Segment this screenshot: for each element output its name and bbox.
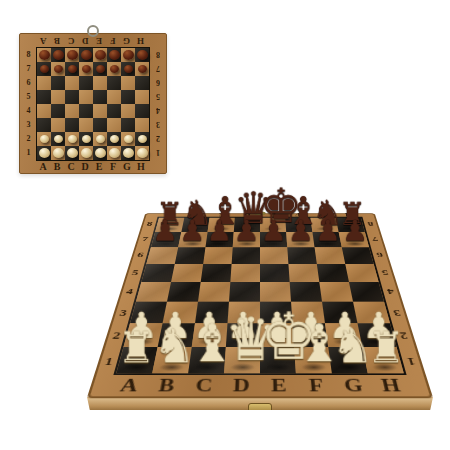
rank-label-text: 8 bbox=[156, 50, 160, 59]
file-label: H bbox=[134, 35, 148, 46]
square-a7 bbox=[37, 62, 51, 76]
square-e3 bbox=[93, 118, 107, 132]
square-d4 bbox=[229, 282, 260, 302]
rank-label: 7 bbox=[22, 61, 35, 75]
piece-white-pawn bbox=[68, 135, 77, 143]
square-d7: ♟ bbox=[233, 232, 260, 247]
rank-label-text: 5 bbox=[27, 92, 31, 101]
square-d6 bbox=[79, 76, 93, 90]
file-labels-bottom: ABCDEFGH bbox=[107, 375, 412, 396]
square-b6 bbox=[51, 76, 65, 90]
piece-black-pawn: ♟ bbox=[179, 216, 206, 245]
square-a2 bbox=[37, 132, 51, 146]
rank-label-text: 5 bbox=[380, 268, 389, 278]
rank-label-text: 6 bbox=[156, 78, 160, 87]
piece-white-rook bbox=[39, 148, 50, 158]
square-c6 bbox=[65, 76, 79, 90]
square-d5 bbox=[230, 264, 260, 282]
file-label-text: A bbox=[118, 375, 140, 396]
file-label-text: B bbox=[193, 212, 200, 217]
piece-black-bishop bbox=[67, 50, 78, 60]
file-label-text: A bbox=[39, 161, 46, 172]
rank-label-text: 7 bbox=[156, 64, 160, 73]
piece-black-pawn bbox=[124, 65, 133, 73]
square-a1 bbox=[37, 146, 51, 160]
rank-label-text: 2 bbox=[27, 134, 31, 143]
square-h7 bbox=[135, 62, 149, 76]
file-label-text: F bbox=[295, 212, 301, 217]
square-e2 bbox=[93, 132, 107, 146]
file-label-text: A bbox=[40, 36, 47, 46]
square-b1: ♞ bbox=[152, 347, 192, 373]
square-f2 bbox=[107, 132, 121, 146]
file-label-text: G bbox=[343, 375, 365, 396]
rank-label-text: 6 bbox=[375, 251, 384, 260]
box-side-edge bbox=[87, 397, 433, 410]
rank-label: 4 bbox=[151, 103, 164, 117]
rank-label-text: 7 bbox=[371, 235, 379, 243]
piece-black-pawn: ♟ bbox=[260, 216, 287, 245]
piece-white-bishop: ♝ bbox=[189, 317, 225, 369]
square-c7 bbox=[65, 62, 79, 76]
rank-label-text: 5 bbox=[156, 92, 160, 101]
square-h6 bbox=[135, 76, 149, 90]
piece-black-pawn: ♟ bbox=[152, 216, 179, 245]
square-b7 bbox=[51, 62, 65, 76]
file-label: B bbox=[50, 161, 64, 172]
rank-label-text: 4 bbox=[386, 287, 396, 298]
square-a5 bbox=[141, 264, 174, 282]
piece-black-pawn bbox=[82, 65, 91, 73]
file-label: F bbox=[297, 375, 337, 396]
piece-black-king bbox=[95, 50, 106, 60]
piece-black-pawn bbox=[138, 65, 147, 73]
file-label: G bbox=[333, 375, 374, 396]
file-label-text: H bbox=[379, 375, 402, 396]
piece-white-pawn bbox=[96, 135, 105, 143]
square-d4 bbox=[79, 104, 93, 118]
rank-label-text: 6 bbox=[27, 78, 31, 87]
piece-white-bishop bbox=[67, 148, 78, 158]
square-d8 bbox=[79, 48, 93, 62]
square-e7: ♟ bbox=[260, 232, 287, 247]
square-d2 bbox=[79, 132, 93, 146]
square-g8 bbox=[121, 48, 135, 62]
square-h4 bbox=[349, 282, 384, 302]
piece-white-knight: ♞ bbox=[153, 322, 189, 370]
square-c8 bbox=[65, 48, 79, 62]
file-label: C bbox=[64, 35, 78, 46]
square-h7: ♟ bbox=[339, 232, 369, 247]
file-label-text: H bbox=[137, 36, 144, 46]
piece-white-pawn bbox=[54, 135, 63, 143]
square-d7 bbox=[79, 62, 93, 76]
square-e6 bbox=[93, 76, 107, 90]
file-label-text: C bbox=[67, 161, 74, 172]
file-label: A bbox=[36, 35, 50, 46]
square-a3 bbox=[37, 118, 51, 132]
file-label-text: B bbox=[54, 36, 60, 46]
piece-white-rook bbox=[137, 148, 148, 158]
square-b2 bbox=[51, 132, 65, 146]
piece-white-bishop: ♝ bbox=[296, 317, 332, 369]
square-f1: ♝ bbox=[294, 347, 332, 373]
rank-label-text: 8 bbox=[366, 220, 374, 228]
rank-label-text: 4 bbox=[125, 287, 135, 298]
square-b3 bbox=[51, 118, 65, 132]
file-label-text: E bbox=[96, 36, 102, 46]
square-f7: ♟ bbox=[286, 232, 314, 247]
square-e6 bbox=[260, 247, 288, 264]
piece-black-bishop bbox=[109, 50, 120, 60]
square-a7: ♟ bbox=[151, 232, 181, 247]
piece-black-knight bbox=[123, 50, 134, 60]
rank-label-text: 1 bbox=[27, 148, 31, 157]
piece-black-knight bbox=[53, 50, 64, 60]
file-label-text: G bbox=[123, 36, 130, 46]
square-g6 bbox=[121, 76, 135, 90]
file-label: E bbox=[92, 35, 106, 46]
piece-white-king: ♚ bbox=[260, 305, 296, 369]
square-g7 bbox=[121, 62, 135, 76]
square-g2 bbox=[121, 132, 135, 146]
rank-label: 3 bbox=[22, 117, 35, 131]
piece-white-knight bbox=[123, 148, 134, 158]
file-label-text: H bbox=[137, 161, 145, 172]
piece-black-pawn: ♟ bbox=[314, 216, 341, 245]
piece-black-pawn bbox=[96, 65, 105, 73]
rank-label-text: 5 bbox=[131, 268, 140, 278]
rank-label: 5 bbox=[151, 89, 164, 103]
square-f3 bbox=[107, 118, 121, 132]
file-label: F bbox=[106, 161, 120, 172]
file-label-text: F bbox=[110, 36, 116, 46]
square-b4 bbox=[167, 282, 201, 302]
square-d6 bbox=[232, 247, 260, 264]
file-label-text: D bbox=[244, 212, 251, 217]
square-a6 bbox=[37, 76, 51, 90]
square-b7: ♟ bbox=[178, 232, 207, 247]
rank-label: 4 bbox=[22, 103, 35, 117]
file-label-text: G bbox=[123, 161, 131, 172]
overhead-board: ABCDEFGH 87654321 87654321 ABCDEFGH bbox=[19, 33, 167, 174]
square-d3 bbox=[79, 118, 93, 132]
rank-labels-right: 87654321 bbox=[151, 47, 164, 159]
rank-label: 8 bbox=[151, 47, 164, 61]
square-b1 bbox=[51, 146, 65, 160]
file-label-text: D bbox=[81, 161, 88, 172]
square-f7 bbox=[107, 62, 121, 76]
rank-label-text: 4 bbox=[27, 106, 31, 115]
file-label-text: C bbox=[194, 375, 213, 396]
rank-label: 2 bbox=[151, 131, 164, 145]
rank-label: 6 bbox=[151, 75, 164, 89]
square-h1 bbox=[135, 146, 149, 160]
square-f8 bbox=[107, 48, 121, 62]
file-label: H bbox=[134, 161, 148, 172]
file-label: E bbox=[260, 375, 298, 396]
piece-white-knight bbox=[53, 148, 64, 158]
square-b4 bbox=[51, 104, 65, 118]
square-h8 bbox=[135, 48, 149, 62]
square-c4 bbox=[65, 104, 79, 118]
piece-white-pawn bbox=[110, 135, 119, 143]
square-g4 bbox=[121, 104, 135, 118]
file-label: H bbox=[370, 375, 413, 396]
square-a4 bbox=[37, 104, 51, 118]
rank-label: 1 bbox=[151, 145, 164, 159]
rank-label-text: 8 bbox=[27, 50, 31, 59]
square-b5 bbox=[51, 90, 65, 104]
file-label: E bbox=[92, 161, 106, 172]
rank-label-text: 1 bbox=[103, 354, 115, 368]
square-h5 bbox=[135, 90, 149, 104]
square-e1 bbox=[93, 146, 107, 160]
square-e8 bbox=[93, 48, 107, 62]
rank-label: 8 bbox=[22, 47, 35, 61]
file-label-text: G bbox=[320, 212, 328, 217]
piece-black-pawn: ♟ bbox=[287, 216, 314, 245]
rank-label-text: 1 bbox=[405, 354, 417, 368]
square-a8 bbox=[37, 48, 51, 62]
rank-label-text: 3 bbox=[27, 120, 31, 129]
rank-label: 6 bbox=[22, 75, 35, 89]
square-h5 bbox=[345, 264, 378, 282]
piece-white-pawn bbox=[82, 135, 91, 143]
square-c4 bbox=[198, 282, 230, 302]
square-c7: ♟ bbox=[205, 232, 233, 247]
file-label: B bbox=[50, 35, 64, 46]
square-f6 bbox=[287, 247, 317, 264]
square-e4 bbox=[93, 104, 107, 118]
square-f6 bbox=[107, 76, 121, 90]
square-b8 bbox=[51, 48, 65, 62]
rank-label-text: 2 bbox=[156, 134, 160, 143]
rank-label: 7 bbox=[366, 231, 383, 247]
file-label: D bbox=[78, 161, 92, 172]
piece-black-pawn: ♟ bbox=[206, 216, 233, 245]
square-c6 bbox=[203, 247, 233, 264]
square-c1: ♝ bbox=[188, 347, 226, 373]
perspective-board: ABCDEFGH 87654321 87654321 ABCDEFGH ♜♞♝♛… bbox=[87, 213, 433, 398]
square-a5 bbox=[37, 90, 51, 104]
brass-clasp-icon bbox=[248, 403, 272, 416]
chess-board-grid: ♜♞♝♛♚♝♞♜♟♟♟♟♟♟♟♟♟♟♟♟♟♟♟♟♜♞♝♛♚♝♞♜ bbox=[113, 217, 406, 375]
piece-white-pawn bbox=[138, 135, 147, 143]
square-e5 bbox=[93, 90, 107, 104]
rank-label-text: 3 bbox=[156, 120, 160, 129]
square-g5 bbox=[317, 264, 349, 282]
rank-label-text: 7 bbox=[141, 235, 149, 243]
file-label-text: E bbox=[271, 375, 287, 396]
square-c5 bbox=[201, 264, 232, 282]
file-label: D bbox=[222, 375, 260, 396]
square-g1 bbox=[121, 146, 135, 160]
file-labels-bottom: ABCDEFGH bbox=[36, 161, 148, 172]
file-label-text: C bbox=[68, 36, 75, 46]
square-h3 bbox=[135, 118, 149, 132]
square-c5 bbox=[65, 90, 79, 104]
piece-black-pawn: ♟ bbox=[341, 216, 368, 245]
square-h2 bbox=[135, 132, 149, 146]
rank-label: 3 bbox=[151, 117, 164, 131]
file-label: D bbox=[78, 35, 92, 46]
square-a6 bbox=[146, 247, 178, 264]
rank-labels-left: 87654321 bbox=[22, 47, 35, 159]
file-label: A bbox=[107, 375, 150, 396]
piece-white-queen: ♛ bbox=[224, 310, 260, 369]
piece-black-pawn bbox=[54, 65, 63, 73]
square-f5 bbox=[107, 90, 121, 104]
piece-black-pawn: ♟ bbox=[233, 216, 260, 245]
piece-black-pawn bbox=[110, 65, 119, 73]
square-g5 bbox=[121, 90, 135, 104]
square-f4 bbox=[107, 104, 121, 118]
square-c2 bbox=[65, 132, 79, 146]
file-label: F bbox=[106, 35, 120, 46]
piece-white-pawn bbox=[40, 135, 49, 143]
file-label-text: F bbox=[308, 375, 324, 396]
square-b6 bbox=[175, 247, 206, 264]
square-g4 bbox=[319, 282, 353, 302]
piece-white-rook: ♜ bbox=[367, 327, 403, 370]
square-h6 bbox=[342, 247, 374, 264]
file-label-text: D bbox=[232, 375, 250, 396]
square-f5 bbox=[288, 264, 319, 282]
file-label-text: E bbox=[270, 212, 276, 217]
piece-white-rook: ♜ bbox=[117, 327, 153, 370]
file-label-text: F bbox=[110, 161, 116, 172]
chess-board-grid bbox=[36, 47, 150, 161]
piece-black-queen bbox=[81, 50, 92, 60]
square-d5 bbox=[79, 90, 93, 104]
file-label-text: B bbox=[157, 375, 176, 396]
file-label: A bbox=[36, 161, 50, 172]
square-c3 bbox=[65, 118, 79, 132]
file-label-text: E bbox=[96, 161, 103, 172]
square-b5 bbox=[171, 264, 203, 282]
file-label: B bbox=[146, 375, 187, 396]
square-e1: ♚ bbox=[260, 347, 296, 373]
rank-label: 2 bbox=[22, 131, 35, 145]
file-label: C bbox=[184, 375, 224, 396]
piece-black-rook bbox=[137, 50, 148, 60]
square-a4 bbox=[136, 282, 171, 302]
file-labels-top: ABCDEFGH bbox=[36, 35, 148, 46]
piece-black-pawn bbox=[68, 65, 77, 73]
square-d1: ♛ bbox=[224, 347, 260, 373]
square-g7: ♟ bbox=[312, 232, 341, 247]
piece-black-rook bbox=[39, 50, 50, 60]
square-g6 bbox=[315, 247, 346, 264]
square-h4 bbox=[135, 104, 149, 118]
square-d1 bbox=[79, 146, 93, 160]
rank-label: 7 bbox=[151, 61, 164, 75]
rank-label-text: 4 bbox=[156, 106, 160, 115]
square-g1: ♞ bbox=[328, 347, 368, 373]
piece-white-bishop bbox=[109, 148, 120, 158]
square-a1: ♜ bbox=[116, 347, 157, 373]
square-g3 bbox=[121, 118, 135, 132]
rank-label-text: 1 bbox=[156, 148, 160, 157]
square-f1 bbox=[107, 146, 121, 160]
file-label-text: D bbox=[82, 36, 89, 46]
rank-label: 5 bbox=[22, 89, 35, 103]
rank-label-text: 7 bbox=[27, 64, 31, 73]
rank-label: 1 bbox=[22, 145, 35, 159]
file-label: G bbox=[120, 161, 134, 172]
file-label: C bbox=[64, 161, 78, 172]
piece-white-knight: ♞ bbox=[331, 322, 367, 370]
square-e5 bbox=[260, 264, 290, 282]
square-c1 bbox=[65, 146, 79, 160]
piece-white-queen bbox=[81, 148, 92, 158]
file-label: G bbox=[120, 35, 134, 46]
rank-label-text: 6 bbox=[136, 251, 145, 260]
piece-white-pawn bbox=[124, 135, 133, 143]
piece-black-pawn bbox=[40, 65, 49, 73]
square-h1: ♜ bbox=[362, 347, 403, 373]
file-label-text: B bbox=[54, 161, 61, 172]
square-e7 bbox=[93, 62, 107, 76]
piece-white-king bbox=[95, 148, 106, 158]
file-label-text: C bbox=[218, 212, 225, 217]
